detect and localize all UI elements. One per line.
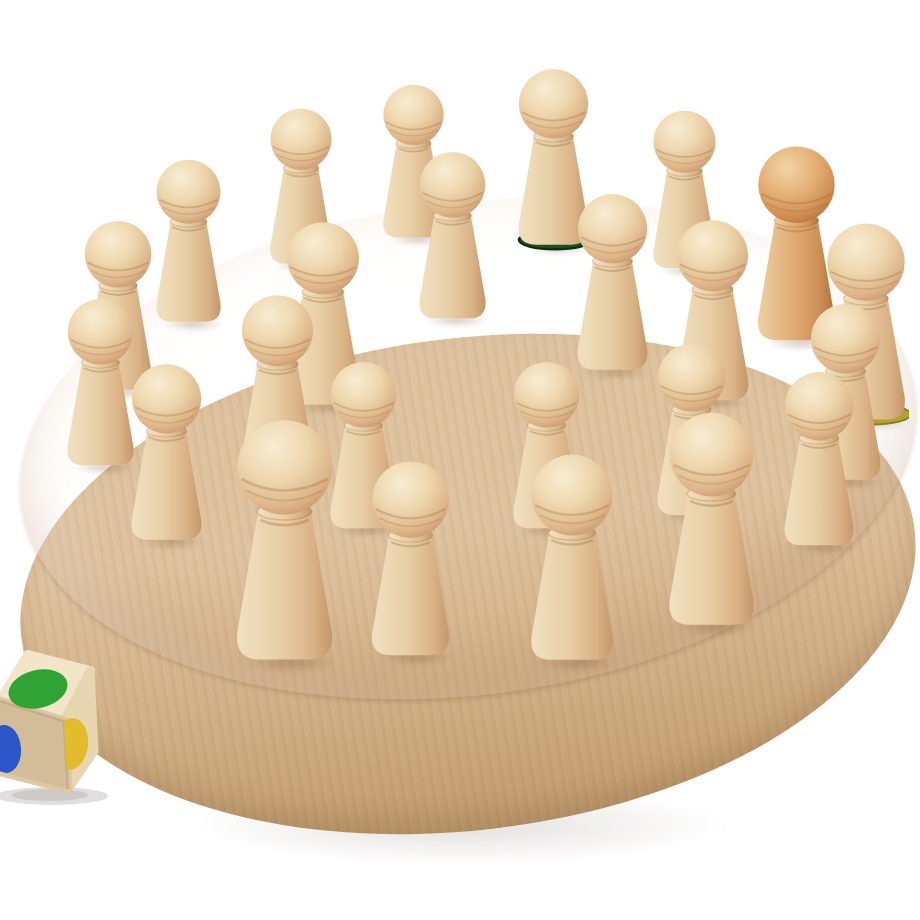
product-photo-memory-chess [0,0,920,920]
pegs-layer [0,0,920,920]
wooden-peg[interactable] [368,458,453,662]
wooden-peg[interactable] [64,296,137,471]
wooden-peg[interactable] [781,369,857,551]
color-die[interactable] [0,644,106,806]
wooden-peg[interactable] [128,361,205,546]
wooden-peg[interactable] [527,451,617,667]
wooden-peg[interactable] [416,149,489,324]
wooden-peg[interactable] [665,409,758,632]
wooden-peg[interactable] [574,191,651,376]
wooden-peg[interactable] [232,416,337,668]
wooden-peg[interactable] [153,157,224,327]
